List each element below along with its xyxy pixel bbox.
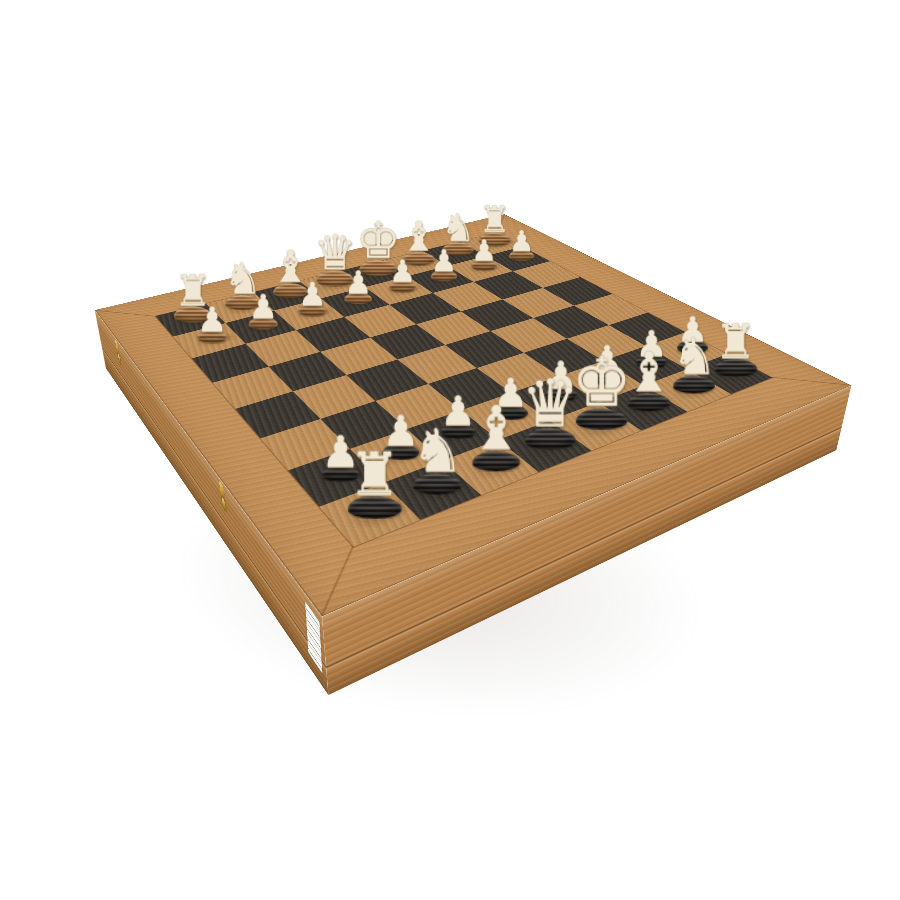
chess-box: ♜♞♝♛♚♝♞♜♟♟♟♟♟♟♟♟♟♟♟♟♟♟♟♟♜♞♝♛♚♝♞♜ (95, 214, 852, 617)
bishop-glyph: ♝ (469, 401, 523, 458)
scene: ♜♞♝♛♚♝♞♜♟♟♟♟♟♟♟♟♟♟♟♟♟♟♟♟♜♞♝♛♚♝♞♜ (0, 0, 900, 900)
piece-black-rook-a8[interactable]: ♜ (337, 417, 412, 519)
rook-glyph: ♜ (348, 447, 401, 503)
perspective-scene: ♜♞♝♛♚♝♞♜♟♟♟♟♟♟♟♟♟♟♟♟♟♟♟♟♜♞♝♛♚♝♞♜ (0, 0, 900, 900)
knight-glyph: ♞ (411, 423, 464, 480)
